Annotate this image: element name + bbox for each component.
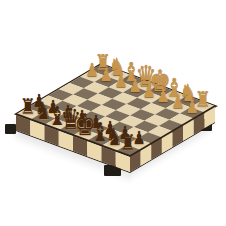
board-foot-left xyxy=(5,124,16,134)
side-stripe xyxy=(204,107,215,128)
chess-set-product-photo: ♜♞♟♝♟♛♟♚♟♝♟♞♟♜♟♟♟♟♜♟♞♟♝♟♛♟♚♟♝♟♞♜ xyxy=(0,0,226,226)
